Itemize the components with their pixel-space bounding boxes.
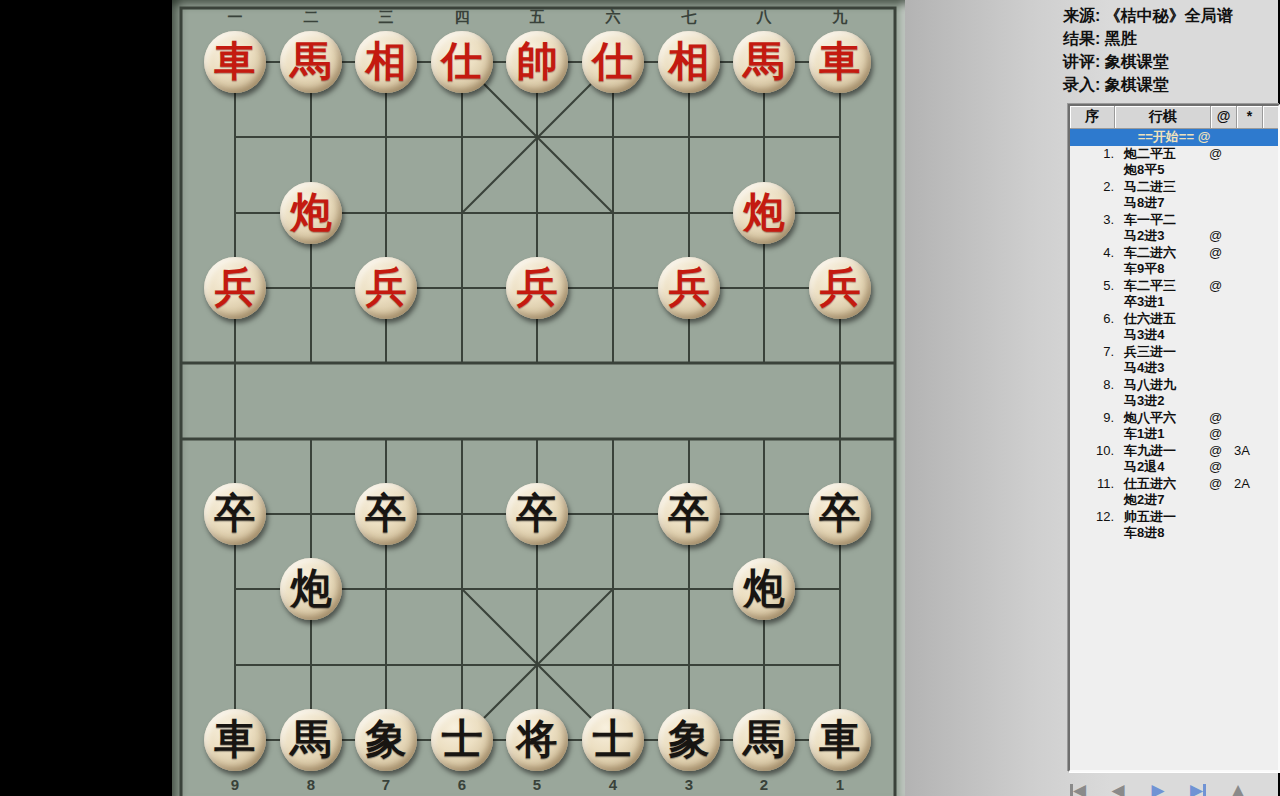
- piece-red-general[interactable]: 帥: [506, 31, 568, 93]
- piece-red-elephant[interactable]: 相: [658, 31, 720, 93]
- move-annotation: [1209, 311, 1234, 328]
- move-row[interactable]: 4.车二进六@: [1070, 245, 1278, 262]
- piece-red-soldier[interactable]: 兵: [204, 257, 266, 319]
- piece-red-horse[interactable]: 馬: [280, 31, 342, 93]
- piece-glyph: 車: [215, 41, 256, 82]
- last-move-button[interactable]: ▶: [1183, 782, 1213, 796]
- piece-glyph: 卒: [820, 493, 861, 534]
- move-list-rows[interactable]: ==开始== @1.炮二平五@炮8平52.马二进三马8进73.车一平二马2进3@…: [1070, 129, 1278, 770]
- move-text: 马八进九: [1114, 377, 1209, 394]
- move-number: 8.: [1070, 377, 1114, 394]
- move-extra: [1234, 245, 1278, 262]
- info-line: 讲评: 象棋课堂: [1063, 50, 1275, 73]
- move-row[interactable]: 5.车二平三@: [1070, 278, 1278, 295]
- move-list-header-cell[interactable]: @: [1211, 106, 1237, 128]
- first-move-button[interactable]: ◀: [1063, 782, 1093, 796]
- piece-glyph: 兵: [669, 267, 710, 308]
- piece-red-cannon[interactable]: 炮: [733, 182, 795, 244]
- move-list-header-cell[interactable]: *: [1237, 106, 1263, 128]
- piece-glyph: 士: [593, 719, 634, 760]
- move-number: [1070, 492, 1114, 509]
- piece-glyph: 車: [820, 41, 861, 82]
- move-annotation: [1209, 509, 1234, 526]
- piece-glyph: 馬: [744, 41, 785, 82]
- move-annotation: @: [1209, 245, 1234, 262]
- piece-glyph: 帥: [517, 41, 558, 82]
- piece-glyph: 炮: [291, 192, 332, 233]
- move-annotation: [1209, 179, 1234, 196]
- move-extra: [1234, 195, 1278, 212]
- move-extra: [1234, 492, 1278, 509]
- move-row[interactable]: 车9平8: [1070, 261, 1278, 278]
- move-annotation: @: [1209, 410, 1234, 427]
- move-text: 兵三进一: [1114, 344, 1209, 361]
- piece-glyph: 卒: [366, 493, 407, 534]
- piece-black-soldier[interactable]: 卒: [355, 483, 417, 545]
- move-text: 卒3进1: [1114, 294, 1209, 311]
- piece-black-soldier[interactable]: 卒: [658, 483, 720, 545]
- move-text: 车二平三: [1114, 278, 1209, 295]
- piece-red-soldier[interactable]: 兵: [809, 257, 871, 319]
- piece-glyph: 炮: [291, 568, 332, 609]
- move-extra: [1234, 261, 1278, 278]
- move-annotation: [1209, 525, 1234, 542]
- file-label-bottom: 1: [836, 776, 844, 793]
- move-number: 2.: [1070, 179, 1114, 196]
- move-row[interactable]: 炮2进7: [1070, 492, 1278, 509]
- piece-glyph: 馬: [291, 719, 332, 760]
- move-number: [1070, 360, 1114, 377]
- move-annotation: [1209, 294, 1234, 311]
- piece-black-horse[interactable]: 馬: [280, 709, 342, 771]
- file-label-bottom: 2: [760, 776, 768, 793]
- move-number: 3.: [1070, 212, 1114, 229]
- bar-icon: [1203, 784, 1206, 796]
- file-label-bottom: 5: [533, 776, 541, 793]
- move-number: 11.: [1070, 476, 1114, 493]
- last-move-icon: ▶: [1190, 782, 1203, 796]
- piece-glyph: 炮: [744, 568, 785, 609]
- piece-glyph: 仕: [593, 41, 634, 82]
- move-row[interactable]: 卒3进1: [1070, 294, 1278, 311]
- selected-move-text: ==开始== @: [1070, 129, 1278, 146]
- playback-toolbar: ◀◀▶▶▲: [1063, 778, 1278, 796]
- move-row[interactable]: 炮8平5: [1070, 162, 1278, 179]
- piece-black-horse[interactable]: 馬: [733, 709, 795, 771]
- move-annotation: [1209, 344, 1234, 361]
- move-number: [1070, 426, 1114, 443]
- piece-black-cannon[interactable]: 炮: [280, 558, 342, 620]
- piece-glyph: 兵: [366, 267, 407, 308]
- piece-glyph: 象: [669, 719, 710, 760]
- piece-glyph: 卒: [517, 493, 558, 534]
- piece-glyph: 相: [366, 41, 407, 82]
- piece-black-cannon[interactable]: 炮: [733, 558, 795, 620]
- move-list[interactable]: 序行棋@* ==开始== @1.炮二平五@炮8平52.马二进三马8进73.车一平…: [1068, 104, 1280, 772]
- move-extra: [1234, 294, 1278, 311]
- move-extra: [1234, 360, 1278, 377]
- move-number: [1070, 261, 1114, 278]
- move-annotation: @: [1209, 459, 1234, 476]
- piece-glyph: 将: [517, 719, 558, 760]
- piece-black-rook[interactable]: 車: [809, 709, 871, 771]
- piece-black-general[interactable]: 将: [506, 709, 568, 771]
- move-text: 车1进1: [1114, 426, 1209, 443]
- move-extra: [1234, 327, 1278, 344]
- file-label-top: 九: [833, 8, 848, 27]
- next-move-button[interactable]: ▶: [1143, 782, 1173, 796]
- game-metadata: 来源: 《桔中秘》全局谱结果: 黑胜讲评: 象棋课堂录入: 象棋课堂: [1063, 4, 1275, 96]
- move-annotation: [1209, 492, 1234, 509]
- file-label-bottom: 7: [382, 776, 390, 793]
- move-annotation: [1209, 212, 1234, 229]
- move-number: 5.: [1070, 278, 1114, 295]
- piece-black-elephant[interactable]: 象: [658, 709, 720, 771]
- piece-red-advisor[interactable]: 仕: [431, 31, 493, 93]
- piece-glyph: 卒: [215, 493, 256, 534]
- move-number: 7.: [1070, 344, 1114, 361]
- move-row[interactable]: 8.马八进九: [1070, 377, 1278, 394]
- piece-glyph: 仕: [442, 41, 483, 82]
- move-number: 6.: [1070, 311, 1114, 328]
- move-number: [1070, 294, 1114, 311]
- piece-glyph: 兵: [820, 267, 861, 308]
- move-row[interactable]: 马3进2: [1070, 393, 1278, 410]
- next-move-icon: ▶: [1151, 782, 1164, 796]
- move-row[interactable]: 马2退4@: [1070, 459, 1278, 476]
- move-text: 马8进7: [1114, 195, 1209, 212]
- file-label-top: 一: [228, 8, 243, 27]
- move-row[interactable]: 车1进1@: [1070, 426, 1278, 443]
- move-row[interactable]: 车8进8: [1070, 525, 1278, 542]
- move-number: 12.: [1070, 509, 1114, 526]
- piece-red-cannon[interactable]: 炮: [280, 182, 342, 244]
- file-label-top: 五: [530, 8, 545, 27]
- file-label-bottom: 4: [609, 776, 617, 793]
- move-number: 4.: [1070, 245, 1114, 262]
- first-move-icon: ◀: [1073, 782, 1086, 796]
- move-list-header-cell[interactable]: 行棋: [1115, 106, 1211, 128]
- prev-move-button[interactable]: ◀: [1103, 782, 1133, 796]
- move-text: 马2进3: [1114, 228, 1209, 245]
- move-annotation: [1209, 162, 1234, 179]
- piece-black-soldier[interactable]: 卒: [506, 483, 568, 545]
- move-row[interactable]: 1.炮二平五@: [1070, 146, 1278, 163]
- piece-black-elephant[interactable]: 象: [355, 709, 417, 771]
- move-row[interactable]: 12.帅五进一: [1070, 509, 1278, 526]
- move-text: 马4进3: [1114, 360, 1209, 377]
- xiangqi-board[interactable]: 一二三四五六七八九 987654321 車馬相仕帥仕相馬車炮炮兵兵兵兵兵卒卒卒卒…: [172, 0, 905, 796]
- move-text: 炮二平五: [1114, 146, 1209, 163]
- move-extra: [1234, 146, 1278, 163]
- piece-red-horse[interactable]: 馬: [733, 31, 795, 93]
- info-line: 结果: 黑胜: [1063, 27, 1275, 50]
- file-label-bottom: 8: [307, 776, 315, 793]
- move-annotation: [1209, 261, 1234, 278]
- up-variation-button[interactable]: ▲: [1223, 782, 1253, 796]
- piece-glyph: 象: [366, 719, 407, 760]
- move-row[interactable]: 马2进3@: [1070, 228, 1278, 245]
- piece-red-elephant[interactable]: 相: [355, 31, 417, 93]
- piece-red-rook[interactable]: 車: [204, 31, 266, 93]
- move-text: 车8进8: [1114, 525, 1209, 542]
- move-annotation: [1209, 377, 1234, 394]
- move-row[interactable]: 马8进7: [1070, 195, 1278, 212]
- move-annotation: [1209, 327, 1234, 344]
- move-text: 马3进2: [1114, 393, 1209, 410]
- prev-move-icon: ◀: [1111, 782, 1124, 796]
- move-annotation: @: [1209, 228, 1234, 245]
- move-text: 帅五进一: [1114, 509, 1209, 526]
- file-label-top: 三: [379, 8, 394, 27]
- file-label-top: 四: [455, 8, 470, 27]
- move-number: 1.: [1070, 146, 1114, 163]
- piece-glyph: 兵: [215, 267, 256, 308]
- piece-red-rook[interactable]: 車: [809, 31, 871, 93]
- game-info-panel: 来源: 《桔中秘》全局谱结果: 黑胜讲评: 象棋课堂录入: 象棋课堂 序行棋@*…: [905, 0, 1278, 796]
- move-text: 炮8平5: [1114, 162, 1209, 179]
- move-annotation: [1209, 360, 1234, 377]
- move-row[interactable]: 10.车九进一@3A: [1070, 443, 1278, 460]
- file-label-top: 七: [682, 8, 697, 27]
- piece-black-soldier[interactable]: 卒: [204, 483, 266, 545]
- file-label-bottom: 9: [231, 776, 239, 793]
- move-row[interactable]: 11.仕五进六@2A: [1070, 476, 1278, 493]
- piece-glyph: 兵: [517, 267, 558, 308]
- move-extra: [1234, 344, 1278, 361]
- move-list-header-cell[interactable]: 序: [1070, 106, 1115, 128]
- xiangqi-app-window: { "game": "xiangqi", "position": { "fen"…: [0, 0, 1280, 796]
- move-text: 仕五进六: [1114, 476, 1209, 493]
- move-row[interactable]: 马4进3: [1070, 360, 1278, 377]
- move-annotation: @: [1209, 476, 1234, 493]
- move-row[interactable]: 7.兵三进一: [1070, 344, 1278, 361]
- piece-glyph: 士: [442, 719, 483, 760]
- move-extra: [1234, 377, 1278, 394]
- move-number: [1070, 459, 1114, 476]
- move-number: 10.: [1070, 443, 1114, 460]
- move-extra: [1234, 459, 1278, 476]
- move-text: 马二进三: [1114, 179, 1209, 196]
- move-extra: 3A: [1234, 443, 1278, 460]
- move-row[interactable]: 3.车一平二: [1070, 212, 1278, 229]
- piece-glyph: 炮: [744, 192, 785, 233]
- move-list-header: 序行棋@*: [1070, 106, 1278, 129]
- move-text: 车二进六: [1114, 245, 1209, 262]
- move-number: [1070, 228, 1114, 245]
- move-text: 车9平8: [1114, 261, 1209, 278]
- move-text: 车一平二: [1114, 212, 1209, 229]
- piece-black-soldier[interactable]: 卒: [809, 483, 871, 545]
- move-extra: [1234, 525, 1278, 542]
- move-row[interactable]: 6.仕六进五: [1070, 311, 1278, 328]
- piece-red-advisor[interactable]: 仕: [582, 31, 644, 93]
- move-row[interactable]: 9.炮八平六@: [1070, 410, 1278, 427]
- move-number: 9.: [1070, 410, 1114, 427]
- info-line: 来源: 《桔中秘》全局谱: [1063, 4, 1275, 27]
- piece-glyph: 卒: [669, 493, 710, 534]
- piece-black-advisor[interactable]: 士: [582, 709, 644, 771]
- file-label-top: 八: [757, 8, 772, 27]
- move-extra: [1234, 410, 1278, 427]
- move-extra: [1234, 393, 1278, 410]
- move-extra: [1234, 509, 1278, 526]
- move-extra: [1234, 179, 1278, 196]
- move-number: [1070, 393, 1114, 410]
- move-text: 炮2进7: [1114, 492, 1209, 509]
- move-extra: [1234, 426, 1278, 443]
- file-label-bottom: 6: [458, 776, 466, 793]
- piece-red-soldier[interactable]: 兵: [658, 257, 720, 319]
- move-text: 马2退4: [1114, 459, 1209, 476]
- move-text: 马3进4: [1114, 327, 1209, 344]
- move-extra: [1234, 228, 1278, 245]
- move-text: 车九进一: [1114, 443, 1209, 460]
- move-annotation: @: [1209, 426, 1234, 443]
- piece-red-soldier[interactable]: 兵: [355, 257, 417, 319]
- move-annotation: [1209, 393, 1234, 410]
- move-row-selected[interactable]: ==开始== @: [1070, 129, 1278, 146]
- file-label-bottom: 3: [685, 776, 693, 793]
- move-row[interactable]: 马3进4: [1070, 327, 1278, 344]
- move-annotation: @: [1209, 443, 1234, 460]
- piece-black-advisor[interactable]: 士: [431, 709, 493, 771]
- move-list-header-cell[interactable]: [1263, 106, 1278, 128]
- move-number: [1070, 195, 1114, 212]
- move-annotation: @: [1209, 146, 1234, 163]
- piece-glyph: 相: [669, 41, 710, 82]
- move-number: [1070, 327, 1114, 344]
- move-extra: [1234, 311, 1278, 328]
- board-grid: [172, 0, 905, 796]
- move-number: [1070, 525, 1114, 542]
- move-number: [1070, 162, 1114, 179]
- info-line: 录入: 象棋课堂: [1063, 73, 1275, 96]
- move-extra: 2A: [1234, 476, 1278, 493]
- piece-glyph: 馬: [744, 719, 785, 760]
- piece-glyph: 馬: [291, 41, 332, 82]
- up-variation-icon: ▲: [1231, 782, 1244, 796]
- move-row[interactable]: 2.马二进三: [1070, 179, 1278, 196]
- move-text: 仕六进五: [1114, 311, 1209, 328]
- piece-black-rook[interactable]: 車: [204, 709, 266, 771]
- file-label-top: 六: [606, 8, 621, 27]
- move-text: 炮八平六: [1114, 410, 1209, 427]
- piece-glyph: 車: [215, 719, 256, 760]
- move-annotation: @: [1209, 278, 1234, 295]
- move-extra: [1234, 278, 1278, 295]
- move-extra: [1234, 212, 1278, 229]
- move-annotation: [1209, 195, 1234, 212]
- piece-glyph: 車: [820, 719, 861, 760]
- piece-red-soldier[interactable]: 兵: [506, 257, 568, 319]
- move-extra: [1234, 162, 1278, 179]
- file-label-top: 二: [304, 8, 319, 27]
